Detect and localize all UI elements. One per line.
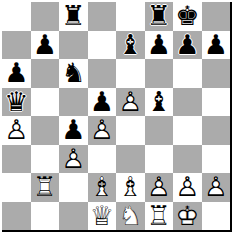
white-rook-piece: ♜♖ xyxy=(31,173,60,202)
square-c3[interactable]: ♟♙ xyxy=(59,145,88,174)
square-h1[interactable] xyxy=(202,202,231,231)
square-g2[interactable]: ♟♙ xyxy=(173,173,202,202)
black-pawn-piece: ♟ xyxy=(145,31,174,60)
square-d2[interactable]: ♝♗ xyxy=(88,173,117,202)
square-b5[interactable] xyxy=(31,88,60,117)
square-e3[interactable] xyxy=(116,145,145,174)
black-pawn-glyph: ♟ xyxy=(202,31,231,60)
black-pawn-piece: ♟ xyxy=(2,59,31,88)
square-e2[interactable]: ♝♗ xyxy=(116,173,145,202)
white-piece-fill-glyph: ♟ xyxy=(173,173,202,202)
white-bishop-piece: ♝♗ xyxy=(116,173,145,202)
black-bishop-piece: ♝ xyxy=(145,88,174,117)
square-g1[interactable]: ♚♔ xyxy=(173,202,202,231)
black-knight-glyph: ♞ xyxy=(59,59,88,88)
square-g5[interactable] xyxy=(173,88,202,117)
square-g4[interactable] xyxy=(173,116,202,145)
square-h7[interactable]: ♟ xyxy=(202,31,231,60)
black-bishop-glyph: ♝ xyxy=(145,88,174,117)
square-e8[interactable] xyxy=(116,2,145,31)
white-piece-fill-glyph: ♞ xyxy=(116,202,145,231)
square-e1[interactable]: ♞♘ xyxy=(116,202,145,231)
square-h5[interactable] xyxy=(202,88,231,117)
square-f6[interactable] xyxy=(145,59,174,88)
square-f4[interactable] xyxy=(145,116,174,145)
square-b8[interactable] xyxy=(31,2,60,31)
square-b2[interactable]: ♜♖ xyxy=(31,173,60,202)
white-pawn-glyph: ♙ xyxy=(2,116,31,145)
white-queen-piece: ♛♕ xyxy=(88,202,117,231)
square-b7[interactable]: ♟ xyxy=(31,31,60,60)
white-pawn-piece: ♟♙ xyxy=(88,116,117,145)
white-bishop-glyph: ♗ xyxy=(88,173,117,202)
square-d5[interactable]: ♟ xyxy=(88,88,117,117)
white-piece-fill-glyph: ♟ xyxy=(116,88,145,117)
white-pawn-glyph: ♙ xyxy=(173,173,202,202)
square-f1[interactable]: ♜♖ xyxy=(145,202,174,231)
white-piece-fill-glyph: ♚ xyxy=(173,202,202,231)
square-a5[interactable]: ♛ xyxy=(2,88,31,117)
square-e6[interactable] xyxy=(116,59,145,88)
white-knight-piece: ♞♘ xyxy=(116,202,145,231)
white-pawn-glyph: ♙ xyxy=(59,145,88,174)
white-piece-fill-glyph: ♜ xyxy=(31,173,60,202)
white-rook-piece: ♜♖ xyxy=(145,202,174,231)
square-b4[interactable] xyxy=(31,116,60,145)
square-h8[interactable] xyxy=(202,2,231,31)
square-g7[interactable]: ♟ xyxy=(173,31,202,60)
black-pawn-glyph: ♟ xyxy=(59,116,88,145)
white-pawn-piece: ♟♙ xyxy=(59,145,88,174)
white-piece-fill-glyph: ♟ xyxy=(145,173,174,202)
square-e5[interactable]: ♟♙ xyxy=(116,88,145,117)
square-a1[interactable] xyxy=(2,202,31,231)
square-a3[interactable] xyxy=(2,145,31,174)
white-piece-fill-glyph: ♟ xyxy=(2,116,31,145)
square-c4[interactable]: ♟ xyxy=(59,116,88,145)
square-g3[interactable] xyxy=(173,145,202,174)
white-king-piece: ♚♔ xyxy=(173,202,202,231)
square-d7[interactable] xyxy=(88,31,117,60)
black-pawn-glyph: ♟ xyxy=(88,88,117,117)
white-piece-fill-glyph: ♟ xyxy=(59,145,88,174)
black-knight-piece: ♞ xyxy=(59,59,88,88)
chess-diagram: ♜♜♚♟♝♟♟♟♟♞♛♟♟♙♝♟♙♟♟♙♟♙♜♖♝♗♝♗♟♙♟♙♟♙♛♕♞♘♜♖… xyxy=(0,0,234,234)
white-queen-glyph: ♕ xyxy=(88,202,117,231)
square-h2[interactable]: ♟♙ xyxy=(202,173,231,202)
square-a8[interactable] xyxy=(2,2,31,31)
square-a6[interactable]: ♟ xyxy=(2,59,31,88)
white-bishop-piece: ♝♗ xyxy=(88,173,117,202)
square-d3[interactable] xyxy=(88,145,117,174)
square-d4[interactable]: ♟♙ xyxy=(88,116,117,145)
square-d1[interactable]: ♛♕ xyxy=(88,202,117,231)
black-bishop-glyph: ♝ xyxy=(116,31,145,60)
black-king-glyph: ♚ xyxy=(173,2,202,31)
black-queen-glyph: ♛ xyxy=(2,88,31,117)
square-g6[interactable] xyxy=(173,59,202,88)
square-c8[interactable]: ♜ xyxy=(59,2,88,31)
square-h4[interactable] xyxy=(202,116,231,145)
square-g8[interactable]: ♚ xyxy=(173,2,202,31)
white-rook-glyph: ♖ xyxy=(31,173,60,202)
black-rook-piece: ♜ xyxy=(59,2,88,31)
square-c6[interactable]: ♞ xyxy=(59,59,88,88)
black-king-piece: ♚ xyxy=(173,2,202,31)
black-bishop-piece: ♝ xyxy=(116,31,145,60)
black-pawn-piece: ♟ xyxy=(173,31,202,60)
white-piece-fill-glyph: ♛ xyxy=(88,202,117,231)
white-pawn-glyph: ♙ xyxy=(88,116,117,145)
square-f2[interactable]: ♟♙ xyxy=(145,173,174,202)
square-c7[interactable] xyxy=(59,31,88,60)
black-pawn-glyph: ♟ xyxy=(2,59,31,88)
black-pawn-piece: ♟ xyxy=(202,31,231,60)
white-pawn-piece: ♟♙ xyxy=(202,173,231,202)
square-h3[interactable] xyxy=(202,145,231,174)
white-bishop-glyph: ♗ xyxy=(116,173,145,202)
white-pawn-piece: ♟♙ xyxy=(173,173,202,202)
black-rook-glyph: ♜ xyxy=(145,2,174,31)
square-b1[interactable] xyxy=(31,202,60,231)
square-f3[interactable] xyxy=(145,145,174,174)
black-pawn-piece: ♟ xyxy=(31,31,60,60)
white-piece-fill-glyph: ♟ xyxy=(202,173,231,202)
white-pawn-glyph: ♙ xyxy=(145,173,174,202)
white-pawn-piece: ♟♙ xyxy=(2,116,31,145)
black-queen-piece: ♛ xyxy=(2,88,31,117)
square-d6[interactable] xyxy=(88,59,117,88)
black-rook-glyph: ♜ xyxy=(59,2,88,31)
white-piece-fill-glyph: ♟ xyxy=(88,116,117,145)
black-pawn-glyph: ♟ xyxy=(145,31,174,60)
black-pawn-glyph: ♟ xyxy=(31,31,60,60)
square-e7[interactable]: ♝ xyxy=(116,31,145,60)
square-a4[interactable]: ♟♙ xyxy=(2,116,31,145)
chess-board: ♜♜♚♟♝♟♟♟♟♞♛♟♟♙♝♟♙♟♟♙♟♙♜♖♝♗♝♗♟♙♟♙♟♙♛♕♞♘♜♖… xyxy=(2,2,232,232)
square-f8[interactable]: ♜ xyxy=(145,2,174,31)
white-pawn-glyph: ♙ xyxy=(116,88,145,117)
square-b3[interactable] xyxy=(31,145,60,174)
white-piece-fill-glyph: ♝ xyxy=(116,173,145,202)
white-pawn-piece: ♟♙ xyxy=(116,88,145,117)
white-knight-glyph: ♘ xyxy=(116,202,145,231)
square-c2[interactable] xyxy=(59,173,88,202)
square-e4[interactable] xyxy=(116,116,145,145)
black-pawn-piece: ♟ xyxy=(59,116,88,145)
square-c1[interactable] xyxy=(59,202,88,231)
white-rook-glyph: ♖ xyxy=(145,202,174,231)
square-f7[interactable]: ♟ xyxy=(145,31,174,60)
square-h6[interactable] xyxy=(202,59,231,88)
square-a2[interactable] xyxy=(2,173,31,202)
black-pawn-glyph: ♟ xyxy=(173,31,202,60)
square-a7[interactable] xyxy=(2,31,31,60)
white-piece-fill-glyph: ♜ xyxy=(145,202,174,231)
black-rook-piece: ♜ xyxy=(145,2,174,31)
square-c5[interactable] xyxy=(59,88,88,117)
square-f5[interactable]: ♝ xyxy=(145,88,174,117)
black-pawn-piece: ♟ xyxy=(88,88,117,117)
white-piece-fill-glyph: ♝ xyxy=(88,173,117,202)
white-pawn-piece: ♟♙ xyxy=(145,173,174,202)
white-pawn-glyph: ♙ xyxy=(202,173,231,202)
square-b6[interactable] xyxy=(31,59,60,88)
square-d8[interactable] xyxy=(88,2,117,31)
white-king-glyph: ♔ xyxy=(173,202,202,231)
